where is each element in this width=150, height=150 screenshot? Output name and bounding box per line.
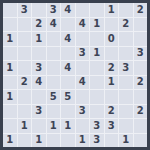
grid-cell[interactable] xyxy=(134,119,148,133)
grid-cell[interactable]: 3 xyxy=(47,3,61,17)
grid-cell[interactable] xyxy=(105,47,119,61)
grid-cell[interactable] xyxy=(3,18,17,32)
grid-cell[interactable] xyxy=(90,61,104,75)
grid-cell[interactable] xyxy=(105,18,119,32)
grid-cell[interactable]: 1 xyxy=(18,119,32,133)
grid-cell[interactable] xyxy=(3,105,17,119)
grid-cell[interactable] xyxy=(61,105,75,119)
grid-cell[interactable]: 2 xyxy=(134,3,148,17)
grid-cell[interactable] xyxy=(76,3,90,17)
grid-cell[interactable] xyxy=(119,3,133,17)
grid-cell[interactable]: 4 xyxy=(32,76,46,90)
grid-cell[interactable]: 1 xyxy=(32,32,46,46)
grid-cell[interactable]: 1 xyxy=(90,47,104,61)
grid-cell[interactable] xyxy=(134,32,148,46)
grid-cell[interactable]: 4 xyxy=(47,18,61,32)
grid-cell[interactable] xyxy=(47,105,61,119)
grid-cell[interactable] xyxy=(32,3,46,17)
grid-cell[interactable] xyxy=(90,76,104,90)
grid-cell[interactable]: 3 xyxy=(32,61,46,75)
grid-cell[interactable] xyxy=(105,134,119,148)
grid-cell[interactable]: 1 xyxy=(3,90,17,104)
grid-cell[interactable] xyxy=(47,47,61,61)
grid-cell[interactable]: 3 xyxy=(32,105,46,119)
grid-cell[interactable] xyxy=(119,90,133,104)
grid-cell[interactable] xyxy=(90,90,104,104)
grid-cell[interactable]: 3 xyxy=(76,47,90,61)
grid-cell[interactable]: 3 xyxy=(105,119,119,133)
grid-cell[interactable]: 4 xyxy=(61,3,75,17)
grid-cell[interactable] xyxy=(90,32,104,46)
grid-cell[interactable] xyxy=(18,90,32,104)
grid-cell[interactable] xyxy=(47,32,61,46)
grid-cell[interactable]: 1 xyxy=(105,76,119,90)
grid-cell[interactable] xyxy=(61,18,75,32)
grid-cell[interactable] xyxy=(119,76,133,90)
grid-cell[interactable] xyxy=(76,119,90,133)
grid-cell[interactable] xyxy=(18,18,32,32)
grid-cell[interactable]: 3 xyxy=(18,3,32,17)
grid-cell[interactable] xyxy=(119,119,133,133)
grid-cell[interactable] xyxy=(18,47,32,61)
grid-cell[interactable]: 3 xyxy=(76,105,90,119)
grid-cell[interactable]: 3 xyxy=(134,47,148,61)
grid-cell[interactable]: 2 xyxy=(119,18,133,32)
grid-cell[interactable] xyxy=(76,32,90,46)
grid-cell[interactable] xyxy=(119,105,133,119)
grid-cell[interactable]: 1 xyxy=(3,134,17,148)
grid-cell[interactable] xyxy=(119,47,133,61)
grid-cell[interactable]: 4 xyxy=(61,32,75,46)
puzzle-grid: 3341224412114031313423244121553322111331… xyxy=(3,3,147,147)
grid-cell[interactable] xyxy=(32,90,46,104)
grid-cell[interactable]: 1 xyxy=(119,134,133,148)
grid-cell[interactable] xyxy=(90,3,104,17)
grid-cell[interactable]: 1 xyxy=(105,3,119,17)
grid-cell[interactable] xyxy=(47,76,61,90)
grid-cell[interactable]: 1 xyxy=(90,18,104,32)
grid-cell[interactable] xyxy=(119,32,133,46)
grid-cell[interactable] xyxy=(61,134,75,148)
grid-cell[interactable]: 4 xyxy=(61,61,75,75)
grid-cell[interactable] xyxy=(18,61,32,75)
grid-cell[interactable] xyxy=(18,105,32,119)
grid-cell[interactable] xyxy=(32,119,46,133)
grid-cell[interactable] xyxy=(3,76,17,90)
grid-cell[interactable] xyxy=(134,18,148,32)
grid-cell[interactable] xyxy=(76,90,90,104)
grid-cell[interactable] xyxy=(90,105,104,119)
grid-cell[interactable]: 0 xyxy=(105,32,119,46)
grid-cell[interactable]: 1 xyxy=(76,134,90,148)
grid-cell[interactable]: 1 xyxy=(3,32,17,46)
grid-cell[interactable]: 1 xyxy=(47,119,61,133)
grid-cell[interactable]: 4 xyxy=(76,18,90,32)
puzzle-board: 3341224412114031313423244121553322111331… xyxy=(0,0,150,150)
grid-cell[interactable] xyxy=(61,76,75,90)
grid-cell[interactable]: 2 xyxy=(134,76,148,90)
grid-cell[interactable]: 3 xyxy=(119,61,133,75)
grid-cell[interactable] xyxy=(134,90,148,104)
grid-cell[interactable] xyxy=(134,61,148,75)
grid-cell[interactable] xyxy=(47,134,61,148)
grid-cell[interactable]: 2 xyxy=(18,76,32,90)
grid-cell[interactable]: 2 xyxy=(105,61,119,75)
grid-cell[interactable] xyxy=(76,61,90,75)
grid-cell[interactable]: 4 xyxy=(76,76,90,90)
grid-cell[interactable] xyxy=(18,134,32,148)
grid-cell[interactable] xyxy=(3,3,17,17)
grid-cell[interactable] xyxy=(18,32,32,46)
grid-cell[interactable]: 5 xyxy=(47,90,61,104)
grid-cell[interactable]: 1 xyxy=(3,61,17,75)
grid-cell[interactable]: 2 xyxy=(134,105,148,119)
grid-cell[interactable]: 5 xyxy=(61,90,75,104)
grid-cell[interactable] xyxy=(3,119,17,133)
grid-cell[interactable] xyxy=(61,47,75,61)
grid-cell[interactable] xyxy=(47,61,61,75)
grid-cell[interactable] xyxy=(105,90,119,104)
grid-cell[interactable]: 1 xyxy=(32,134,46,148)
grid-cell[interactable]: 2 xyxy=(105,105,119,119)
grid-cell[interactable]: 2 xyxy=(32,18,46,32)
grid-cell[interactable] xyxy=(134,134,148,148)
grid-cell[interactable]: 3 xyxy=(90,119,104,133)
grid-cell[interactable]: 3 xyxy=(90,134,104,148)
grid-cell[interactable] xyxy=(3,47,17,61)
grid-cell[interactable]: 1 xyxy=(61,119,75,133)
grid-cell[interactable] xyxy=(32,47,46,61)
